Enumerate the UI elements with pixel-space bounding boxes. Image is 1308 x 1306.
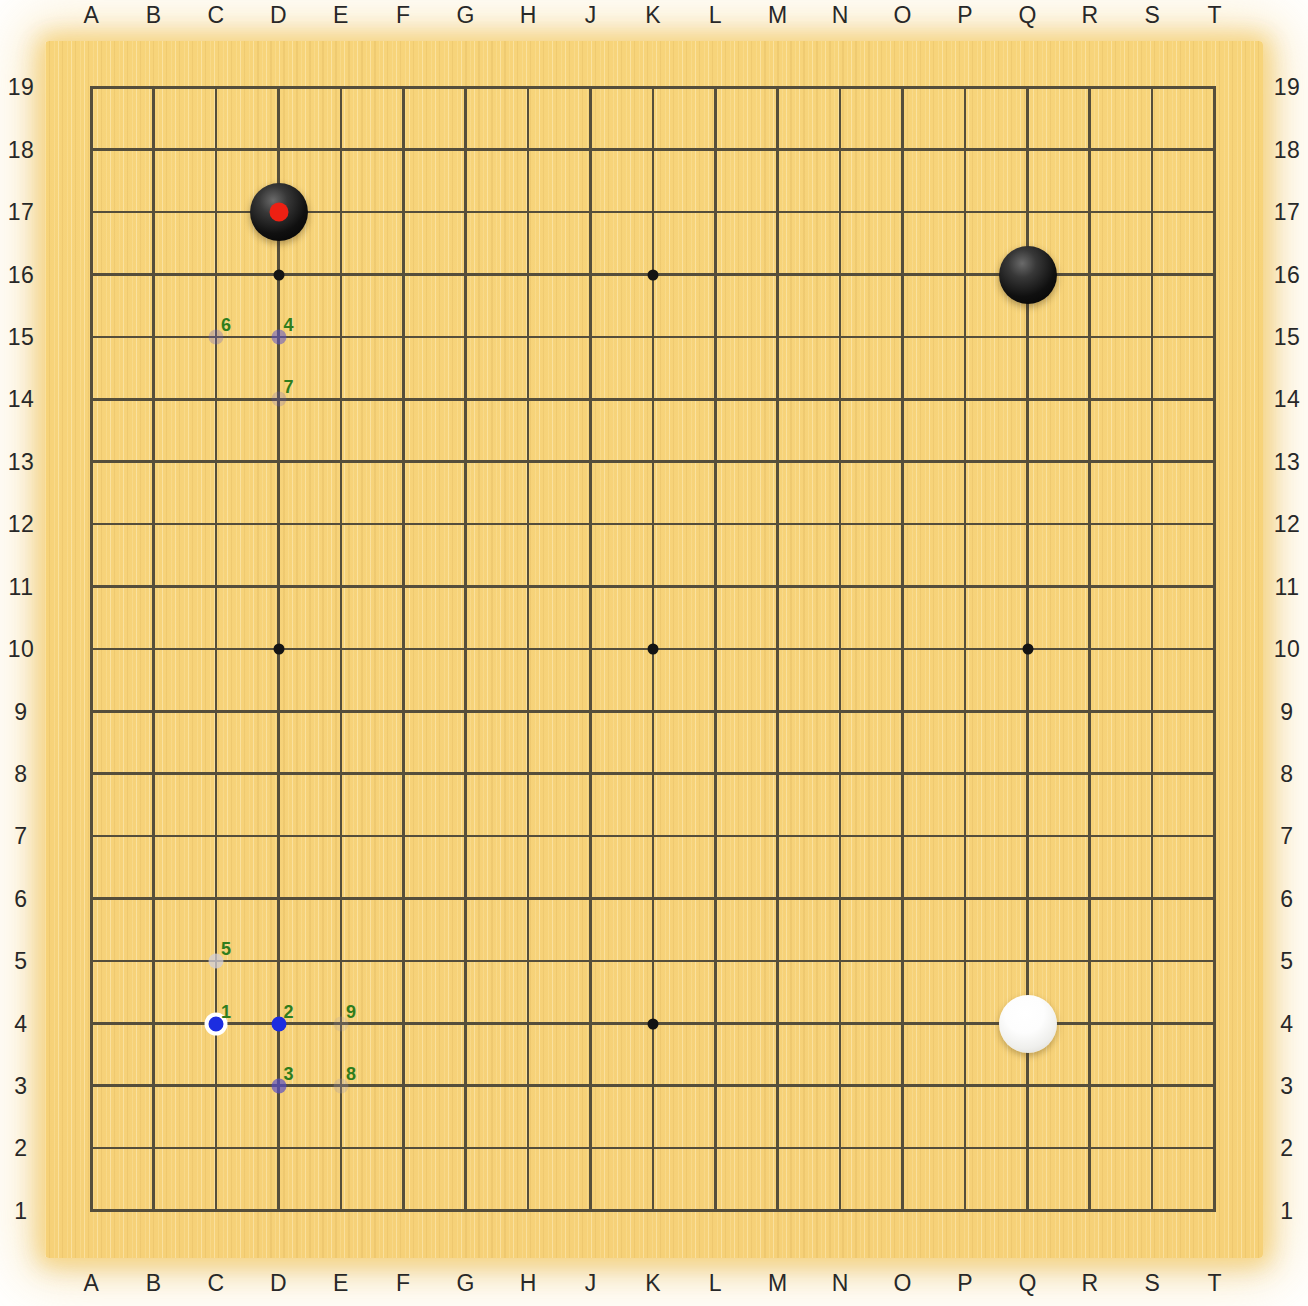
- board-intersection-A3[interactable]: [60, 1055, 122, 1117]
- board-intersection-R17[interactable]: [1059, 181, 1121, 243]
- board-intersection-M12[interactable]: [747, 493, 809, 555]
- board-intersection-D19[interactable]: [247, 56, 309, 118]
- board-intersection-D1[interactable]: [247, 1179, 309, 1241]
- board-intersection-E12[interactable]: [310, 493, 372, 555]
- board-intersection-S13[interactable]: [1121, 431, 1183, 493]
- board-intersection-O12[interactable]: [871, 493, 933, 555]
- board-intersection-H12[interactable]: [497, 493, 559, 555]
- board-intersection-E7[interactable]: [310, 805, 372, 867]
- board-intersection-A8[interactable]: [60, 743, 122, 805]
- board-intersection-C11[interactable]: [185, 555, 247, 617]
- board-intersection-T15[interactable]: [1183, 306, 1245, 368]
- board-intersection-L1[interactable]: [684, 1179, 746, 1241]
- board-intersection-B4[interactable]: [123, 992, 185, 1054]
- board-intersection-C1[interactable]: [185, 1179, 247, 1241]
- board-intersection-J4[interactable]: [559, 992, 621, 1054]
- board-intersection-E11[interactable]: [310, 555, 372, 617]
- board-intersection-F11[interactable]: [372, 555, 434, 617]
- board-intersection-B8[interactable]: [123, 743, 185, 805]
- board-intersection-H8[interactable]: [497, 743, 559, 805]
- board-intersection-J17[interactable]: [559, 181, 621, 243]
- board-intersection-G1[interactable]: [435, 1179, 497, 1241]
- board-intersection-O10[interactable]: [871, 618, 933, 680]
- board-intersection-O5[interactable]: [871, 930, 933, 992]
- board-intersection-Q5[interactable]: [996, 930, 1058, 992]
- board-intersection-S11[interactable]: [1121, 555, 1183, 617]
- board-intersection-O2[interactable]: [871, 1117, 933, 1179]
- board-intersection-N2[interactable]: [809, 1117, 871, 1179]
- board-intersection-J8[interactable]: [559, 743, 621, 805]
- board-intersection-A4[interactable]: [60, 992, 122, 1054]
- board-intersection-O3[interactable]: [871, 1055, 933, 1117]
- board-intersection-Q1[interactable]: [996, 1179, 1058, 1241]
- board-intersection-K5[interactable]: [622, 930, 684, 992]
- board-intersection-T3[interactable]: [1183, 1055, 1245, 1117]
- board-intersection-G14[interactable]: [435, 368, 497, 430]
- board-intersection-N1[interactable]: [809, 1179, 871, 1241]
- board-intersection-P4[interactable]: [934, 992, 996, 1054]
- board-intersection-Q14[interactable]: [996, 368, 1058, 430]
- board-intersection-C3[interactable]: [185, 1055, 247, 1117]
- board-intersection-G8[interactable]: [435, 743, 497, 805]
- board-intersection-M5[interactable]: [747, 930, 809, 992]
- board-intersection-M19[interactable]: [747, 56, 809, 118]
- board-intersection-M1[interactable]: [747, 1179, 809, 1241]
- board-intersection-T18[interactable]: [1183, 119, 1245, 181]
- board-intersection-L16[interactable]: [684, 243, 746, 305]
- board-intersection-J2[interactable]: [559, 1117, 621, 1179]
- board-intersection-S16[interactable]: [1121, 243, 1183, 305]
- board-intersection-L12[interactable]: [684, 493, 746, 555]
- board-intersection-H4[interactable]: [497, 992, 559, 1054]
- board-intersection-J13[interactable]: [559, 431, 621, 493]
- board-intersection-R19[interactable]: [1059, 56, 1121, 118]
- board-intersection-M11[interactable]: [747, 555, 809, 617]
- board-intersection-M17[interactable]: [747, 181, 809, 243]
- board-intersection-B3[interactable]: [123, 1055, 185, 1117]
- board-intersection-C16[interactable]: [185, 243, 247, 305]
- board-intersection-C8[interactable]: [185, 743, 247, 805]
- board-intersection-K7[interactable]: [622, 805, 684, 867]
- board-intersection-R6[interactable]: [1059, 867, 1121, 929]
- board-intersection-Q18[interactable]: [996, 119, 1058, 181]
- board-intersection-P15[interactable]: [934, 306, 996, 368]
- board-intersection-E19[interactable]: [310, 56, 372, 118]
- board-intersection-O19[interactable]: [871, 56, 933, 118]
- board-intersection-J1[interactable]: [559, 1179, 621, 1241]
- board-intersection-C17[interactable]: [185, 181, 247, 243]
- board-intersection-N5[interactable]: [809, 930, 871, 992]
- board-intersection-P13[interactable]: [934, 431, 996, 493]
- board-intersection-A6[interactable]: [60, 867, 122, 929]
- board-intersection-M8[interactable]: [747, 743, 809, 805]
- board-intersection-K12[interactable]: [622, 493, 684, 555]
- board-intersection-P9[interactable]: [934, 680, 996, 742]
- board-intersection-G13[interactable]: [435, 431, 497, 493]
- board-intersection-C6[interactable]: [185, 867, 247, 929]
- board-intersection-F3[interactable]: [372, 1055, 434, 1117]
- board-intersection-Q2[interactable]: [996, 1117, 1058, 1179]
- board-intersection-G17[interactable]: [435, 181, 497, 243]
- board-intersection-E17[interactable]: [310, 181, 372, 243]
- board-intersection-D11[interactable]: [247, 555, 309, 617]
- board-intersection-T16[interactable]: [1183, 243, 1245, 305]
- board-intersection-G11[interactable]: [435, 555, 497, 617]
- board-intersection-P17[interactable]: [934, 181, 996, 243]
- board-intersection-B14[interactable]: [123, 368, 185, 430]
- board-intersection-G19[interactable]: [435, 56, 497, 118]
- board-intersection-H3[interactable]: [497, 1055, 559, 1117]
- board-intersection-K15[interactable]: [622, 306, 684, 368]
- board-intersection-N16[interactable]: [809, 243, 871, 305]
- board-intersection-O15[interactable]: [871, 306, 933, 368]
- board-intersection-M7[interactable]: [747, 805, 809, 867]
- board-intersection-F12[interactable]: [372, 493, 434, 555]
- board-intersection-F8[interactable]: [372, 743, 434, 805]
- board-intersection-E18[interactable]: [310, 119, 372, 181]
- board-intersection-D13[interactable]: [247, 431, 309, 493]
- board-intersection-S12[interactable]: [1121, 493, 1183, 555]
- board-intersection-H10[interactable]: [497, 618, 559, 680]
- board-intersection-C14[interactable]: [185, 368, 247, 430]
- board-intersection-H14[interactable]: [497, 368, 559, 430]
- board-intersection-O6[interactable]: [871, 867, 933, 929]
- board-intersection-G6[interactable]: [435, 867, 497, 929]
- board-intersection-A10[interactable]: [60, 618, 122, 680]
- board-intersection-R11[interactable]: [1059, 555, 1121, 617]
- board-intersection-E6[interactable]: [310, 867, 372, 929]
- board-intersection-B9[interactable]: [123, 680, 185, 742]
- board-intersection-N9[interactable]: [809, 680, 871, 742]
- board-intersection-A5[interactable]: [60, 930, 122, 992]
- board-intersection-N10[interactable]: [809, 618, 871, 680]
- board-intersection-O1[interactable]: [871, 1179, 933, 1241]
- board-intersection-G4[interactable]: [435, 992, 497, 1054]
- board-intersection-F19[interactable]: [372, 56, 434, 118]
- board-intersection-S14[interactable]: [1121, 368, 1183, 430]
- board-intersection-B16[interactable]: [123, 243, 185, 305]
- board-intersection-P3[interactable]: [934, 1055, 996, 1117]
- board-intersection-K8[interactable]: [622, 743, 684, 805]
- board-intersection-S15[interactable]: [1121, 306, 1183, 368]
- board-intersection-H16[interactable]: [497, 243, 559, 305]
- board-intersection-P11[interactable]: [934, 555, 996, 617]
- board-intersection-B2[interactable]: [123, 1117, 185, 1179]
- board-intersection-Q13[interactable]: [996, 431, 1058, 493]
- board-intersection-D7[interactable]: [247, 805, 309, 867]
- board-intersection-F2[interactable]: [372, 1117, 434, 1179]
- board-intersection-B18[interactable]: [123, 119, 185, 181]
- board-intersection-T5[interactable]: [1183, 930, 1245, 992]
- board-intersection-B1[interactable]: [123, 1179, 185, 1241]
- board-intersection-M13[interactable]: [747, 431, 809, 493]
- board-intersection-H2[interactable]: [497, 1117, 559, 1179]
- board-intersection-T19[interactable]: [1183, 56, 1245, 118]
- board-intersection-B12[interactable]: [123, 493, 185, 555]
- board-intersection-N13[interactable]: [809, 431, 871, 493]
- board-intersection-K18[interactable]: [622, 119, 684, 181]
- board-intersection-L19[interactable]: [684, 56, 746, 118]
- board-intersection-T1[interactable]: [1183, 1179, 1245, 1241]
- board-intersection-D5[interactable]: [247, 930, 309, 992]
- board-intersection-R13[interactable]: [1059, 431, 1121, 493]
- board-intersection-A15[interactable]: [60, 306, 122, 368]
- board-intersection-E13[interactable]: [310, 431, 372, 493]
- board-intersection-M9[interactable]: [747, 680, 809, 742]
- board-intersection-H15[interactable]: [497, 306, 559, 368]
- board-intersection-A9[interactable]: [60, 680, 122, 742]
- board-intersection-C10[interactable]: [185, 618, 247, 680]
- board-intersection-G7[interactable]: [435, 805, 497, 867]
- board-intersection-T14[interactable]: [1183, 368, 1245, 430]
- board-intersection-L13[interactable]: [684, 431, 746, 493]
- board-intersection-S3[interactable]: [1121, 1055, 1183, 1117]
- board-intersection-N15[interactable]: [809, 306, 871, 368]
- board-intersection-S4[interactable]: [1121, 992, 1183, 1054]
- board-intersection-K17[interactable]: [622, 181, 684, 243]
- board-intersection-P10[interactable]: [934, 618, 996, 680]
- board-intersection-N3[interactable]: [809, 1055, 871, 1117]
- board-intersection-C2[interactable]: [185, 1117, 247, 1179]
- board-intersection-O16[interactable]: [871, 243, 933, 305]
- board-intersection-P19[interactable]: [934, 56, 996, 118]
- board-intersection-P18[interactable]: [934, 119, 996, 181]
- board-intersection-J14[interactable]: [559, 368, 621, 430]
- board-intersection-A17[interactable]: [60, 181, 122, 243]
- board-intersection-S2[interactable]: [1121, 1117, 1183, 1179]
- board-intersection-F6[interactable]: [372, 867, 434, 929]
- board-intersection-O11[interactable]: [871, 555, 933, 617]
- board-intersection-J6[interactable]: [559, 867, 621, 929]
- board-intersection-A7[interactable]: [60, 805, 122, 867]
- board-intersection-T13[interactable]: [1183, 431, 1245, 493]
- board-intersection-N19[interactable]: [809, 56, 871, 118]
- board-intersection-M18[interactable]: [747, 119, 809, 181]
- board-intersection-C9[interactable]: [185, 680, 247, 742]
- board-intersection-S7[interactable]: [1121, 805, 1183, 867]
- board-intersection-G15[interactable]: [435, 306, 497, 368]
- board-intersection-J10[interactable]: [559, 618, 621, 680]
- board-intersection-F14[interactable]: [372, 368, 434, 430]
- board-intersection-M15[interactable]: [747, 306, 809, 368]
- board-intersection-C19[interactable]: [185, 56, 247, 118]
- board-intersection-S10[interactable]: [1121, 618, 1183, 680]
- board-intersection-J12[interactable]: [559, 493, 621, 555]
- board-intersection-T12[interactable]: [1183, 493, 1245, 555]
- board-intersection-L11[interactable]: [684, 555, 746, 617]
- board-intersection-T17[interactable]: [1183, 181, 1245, 243]
- board-intersection-K19[interactable]: [622, 56, 684, 118]
- board-intersection-L15[interactable]: [684, 306, 746, 368]
- board-intersection-S9[interactable]: [1121, 680, 1183, 742]
- board-intersection-H13[interactable]: [497, 431, 559, 493]
- board-intersection-J11[interactable]: [559, 555, 621, 617]
- board-intersection-F1[interactable]: [372, 1179, 434, 1241]
- board-intersection-P14[interactable]: [934, 368, 996, 430]
- board-intersection-C18[interactable]: [185, 119, 247, 181]
- board-intersection-S1[interactable]: [1121, 1179, 1183, 1241]
- board-intersection-P5[interactable]: [934, 930, 996, 992]
- board-intersection-H7[interactable]: [497, 805, 559, 867]
- board-intersection-F17[interactable]: [372, 181, 434, 243]
- board-intersection-D6[interactable]: [247, 867, 309, 929]
- board-intersection-F9[interactable]: [372, 680, 434, 742]
- board-intersection-N17[interactable]: [809, 181, 871, 243]
- board-intersection-F13[interactable]: [372, 431, 434, 493]
- board-intersection-Q3[interactable]: [996, 1055, 1058, 1117]
- board-intersection-H17[interactable]: [497, 181, 559, 243]
- board-intersection-J3[interactable]: [559, 1055, 621, 1117]
- board-intersection-L6[interactable]: [684, 867, 746, 929]
- board-intersection-T8[interactable]: [1183, 743, 1245, 805]
- board-intersection-P16[interactable]: [934, 243, 996, 305]
- board-intersection-T7[interactable]: [1183, 805, 1245, 867]
- board-intersection-S17[interactable]: [1121, 181, 1183, 243]
- board-intersection-P1[interactable]: [934, 1179, 996, 1241]
- board-intersection-A1[interactable]: [60, 1179, 122, 1241]
- board-intersection-O9[interactable]: [871, 680, 933, 742]
- board-intersection-K6[interactable]: [622, 867, 684, 929]
- board-intersection-M2[interactable]: [747, 1117, 809, 1179]
- board-intersection-R10[interactable]: [1059, 618, 1121, 680]
- board-intersection-C7[interactable]: [185, 805, 247, 867]
- board-intersection-N18[interactable]: [809, 119, 871, 181]
- board-intersection-L5[interactable]: [684, 930, 746, 992]
- board-intersection-C13[interactable]: [185, 431, 247, 493]
- board-intersection-H1[interactable]: [497, 1179, 559, 1241]
- board-intersection-R8[interactable]: [1059, 743, 1121, 805]
- board-intersection-Q19[interactable]: [996, 56, 1058, 118]
- board-intersection-B19[interactable]: [123, 56, 185, 118]
- board-intersection-D8[interactable]: [247, 743, 309, 805]
- board-intersection-T4[interactable]: [1183, 992, 1245, 1054]
- board-intersection-Q6[interactable]: [996, 867, 1058, 929]
- board-intersection-O17[interactable]: [871, 181, 933, 243]
- board-intersection-J9[interactable]: [559, 680, 621, 742]
- board-intersection-R15[interactable]: [1059, 306, 1121, 368]
- board-intersection-O14[interactable]: [871, 368, 933, 430]
- board-intersection-L3[interactable]: [684, 1055, 746, 1117]
- board-intersection-K9[interactable]: [622, 680, 684, 742]
- board-intersection-Q11[interactable]: [996, 555, 1058, 617]
- board-intersection-P12[interactable]: [934, 493, 996, 555]
- board-intersection-A2[interactable]: [60, 1117, 122, 1179]
- board-intersection-Q17[interactable]: [996, 181, 1058, 243]
- board-intersection-K3[interactable]: [622, 1055, 684, 1117]
- board-intersection-N14[interactable]: [809, 368, 871, 430]
- board-intersection-B7[interactable]: [123, 805, 185, 867]
- board-intersection-R14[interactable]: [1059, 368, 1121, 430]
- board-intersection-D9[interactable]: [247, 680, 309, 742]
- board-intersection-K11[interactable]: [622, 555, 684, 617]
- board-intersection-D18[interactable]: [247, 119, 309, 181]
- board-intersection-Q15[interactable]: [996, 306, 1058, 368]
- board-intersection-S5[interactable]: [1121, 930, 1183, 992]
- board-intersection-D12[interactable]: [247, 493, 309, 555]
- board-intersection-N7[interactable]: [809, 805, 871, 867]
- board-intersection-J16[interactable]: [559, 243, 621, 305]
- board-intersection-H18[interactable]: [497, 119, 559, 181]
- board-intersection-L8[interactable]: [684, 743, 746, 805]
- board-intersection-K14[interactable]: [622, 368, 684, 430]
- board-intersection-Q7[interactable]: [996, 805, 1058, 867]
- board-intersection-R9[interactable]: [1059, 680, 1121, 742]
- board-intersection-F4[interactable]: [372, 992, 434, 1054]
- board-intersection-O13[interactable]: [871, 431, 933, 493]
- board-intersection-R7[interactable]: [1059, 805, 1121, 867]
- board-intersection-L10[interactable]: [684, 618, 746, 680]
- board-intersection-P6[interactable]: [934, 867, 996, 929]
- board-intersection-A16[interactable]: [60, 243, 122, 305]
- board-intersection-E2[interactable]: [310, 1117, 372, 1179]
- board-intersection-L4[interactable]: [684, 992, 746, 1054]
- board-intersection-N4[interactable]: [809, 992, 871, 1054]
- board-intersection-L2[interactable]: [684, 1117, 746, 1179]
- board-intersection-Q8[interactable]: [996, 743, 1058, 805]
- board-intersection-M3[interactable]: [747, 1055, 809, 1117]
- board-intersection-L14[interactable]: [684, 368, 746, 430]
- board-intersection-N8[interactable]: [809, 743, 871, 805]
- board-intersection-E14[interactable]: [310, 368, 372, 430]
- board-intersection-K2[interactable]: [622, 1117, 684, 1179]
- board-intersection-R3[interactable]: [1059, 1055, 1121, 1117]
- board-intersection-B11[interactable]: [123, 555, 185, 617]
- board-intersection-T9[interactable]: [1183, 680, 1245, 742]
- board-intersection-Q9[interactable]: [996, 680, 1058, 742]
- board-intersection-M10[interactable]: [747, 618, 809, 680]
- board-intersection-G9[interactable]: [435, 680, 497, 742]
- board-intersection-E1[interactable]: [310, 1179, 372, 1241]
- board-intersection-H6[interactable]: [497, 867, 559, 929]
- board-intersection-G12[interactable]: [435, 493, 497, 555]
- board-intersection-S8[interactable]: [1121, 743, 1183, 805]
- board-intersection-A12[interactable]: [60, 493, 122, 555]
- board-intersection-B17[interactable]: [123, 181, 185, 243]
- board-intersection-T10[interactable]: [1183, 618, 1245, 680]
- board-intersection-E5[interactable]: [310, 930, 372, 992]
- board-intersection-B15[interactable]: [123, 306, 185, 368]
- board-intersection-B10[interactable]: [123, 618, 185, 680]
- board-intersection-A11[interactable]: [60, 555, 122, 617]
- board-intersection-S19[interactable]: [1121, 56, 1183, 118]
- board-intersection-S6[interactable]: [1121, 867, 1183, 929]
- board-intersection-F18[interactable]: [372, 119, 434, 181]
- board-intersection-J7[interactable]: [559, 805, 621, 867]
- board-intersection-A14[interactable]: [60, 368, 122, 430]
- board-intersection-K13[interactable]: [622, 431, 684, 493]
- board-intersection-E8[interactable]: [310, 743, 372, 805]
- board-intersection-L17[interactable]: [684, 181, 746, 243]
- board-intersection-S18[interactable]: [1121, 119, 1183, 181]
- board-intersection-M6[interactable]: [747, 867, 809, 929]
- board-intersection-A18[interactable]: [60, 119, 122, 181]
- board-intersection-H5[interactable]: [497, 930, 559, 992]
- board-intersection-J5[interactable]: [559, 930, 621, 992]
- board-intersection-G5[interactable]: [435, 930, 497, 992]
- board-intersection-A13[interactable]: [60, 431, 122, 493]
- board-intersection-K1[interactable]: [622, 1179, 684, 1241]
- board-intersection-H9[interactable]: [497, 680, 559, 742]
- board-intersection-O8[interactable]: [871, 743, 933, 805]
- board-intersection-R1[interactable]: [1059, 1179, 1121, 1241]
- board-intersection-F16[interactable]: [372, 243, 434, 305]
- board-intersection-R12[interactable]: [1059, 493, 1121, 555]
- board-intersection-Q12[interactable]: [996, 493, 1058, 555]
- board-intersection-R18[interactable]: [1059, 119, 1121, 181]
- board-intersection-O4[interactable]: [871, 992, 933, 1054]
- board-intersection-B6[interactable]: [123, 867, 185, 929]
- board-intersection-T2[interactable]: [1183, 1117, 1245, 1179]
